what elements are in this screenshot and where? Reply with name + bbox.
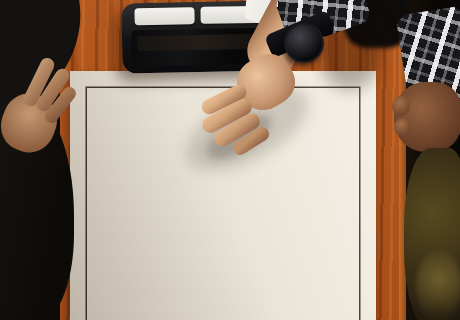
right-player-fist	[394, 82, 460, 152]
photo-scene	[0, 0, 460, 320]
clock-left-button[interactable]	[134, 7, 194, 25]
clock-display	[137, 34, 259, 52]
file-labels-right	[359, 88, 376, 320]
right-player-knuckle	[392, 96, 410, 116]
rank-labels-top	[87, 71, 359, 88]
watch-face	[284, 23, 324, 63]
clock-face	[131, 28, 266, 67]
right-player-jacket-highlight	[416, 250, 460, 320]
right-player-knuckle	[394, 118, 411, 136]
